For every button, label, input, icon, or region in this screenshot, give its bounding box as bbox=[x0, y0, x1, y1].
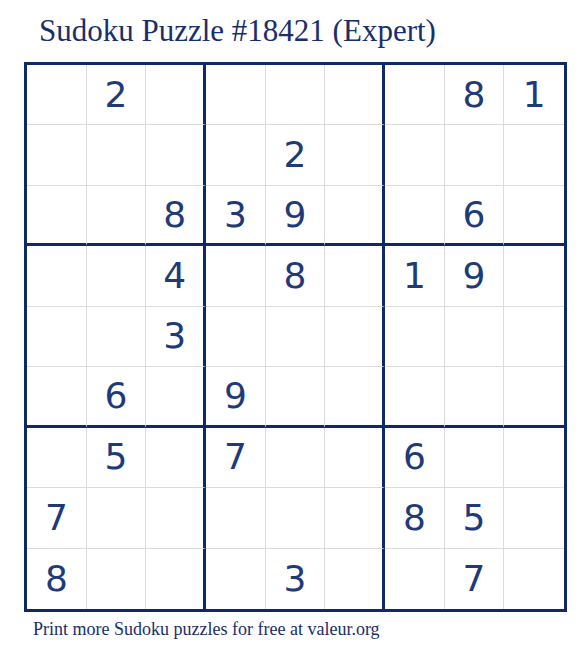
cell-r6c8[interactable] bbox=[445, 367, 505, 427]
cell-r5c3[interactable]: 3 bbox=[146, 307, 206, 367]
cell-r6c7[interactable] bbox=[385, 367, 445, 427]
cell-r9c1[interactable]: 8 bbox=[27, 549, 87, 609]
cell-r5c2[interactable] bbox=[87, 307, 147, 367]
cell-r4c1[interactable] bbox=[27, 246, 87, 306]
cell-r7c3[interactable] bbox=[146, 428, 206, 488]
cell-r9c8[interactable]: 7 bbox=[445, 549, 505, 609]
cell-r7c2[interactable]: 5 bbox=[87, 428, 147, 488]
cell-r9c4[interactable] bbox=[206, 549, 266, 609]
cell-r2c2[interactable] bbox=[87, 125, 147, 185]
cell-r3c7[interactable] bbox=[385, 186, 445, 246]
cell-r1c1[interactable] bbox=[27, 65, 87, 125]
puzzle-title: Sudoku Puzzle #18421 (Expert) bbox=[39, 13, 436, 49]
cell-r3c1[interactable] bbox=[27, 186, 87, 246]
cell-r3c2[interactable] bbox=[87, 186, 147, 246]
cell-r7c4[interactable]: 7 bbox=[206, 428, 266, 488]
cell-r3c6[interactable] bbox=[325, 186, 385, 246]
cell-r7c9[interactable] bbox=[504, 428, 564, 488]
cell-r6c6[interactable] bbox=[325, 367, 385, 427]
cell-r3c5[interactable]: 9 bbox=[266, 186, 326, 246]
cell-r3c9[interactable] bbox=[504, 186, 564, 246]
cell-r1c2[interactable]: 2 bbox=[87, 65, 147, 125]
cell-r4c9[interactable] bbox=[504, 246, 564, 306]
cell-r8c1[interactable]: 7 bbox=[27, 488, 87, 548]
cell-r8c6[interactable] bbox=[325, 488, 385, 548]
cell-r2c1[interactable] bbox=[27, 125, 87, 185]
cell-r1c5[interactable] bbox=[266, 65, 326, 125]
cell-r1c3[interactable] bbox=[146, 65, 206, 125]
cell-r9c9[interactable] bbox=[504, 549, 564, 609]
cell-r3c3[interactable]: 8 bbox=[146, 186, 206, 246]
cell-r5c4[interactable] bbox=[206, 307, 266, 367]
cell-r8c2[interactable] bbox=[87, 488, 147, 548]
cell-r8c7[interactable]: 8 bbox=[385, 488, 445, 548]
cell-r2c9[interactable] bbox=[504, 125, 564, 185]
cell-r1c4[interactable] bbox=[206, 65, 266, 125]
cell-r7c1[interactable] bbox=[27, 428, 87, 488]
cell-r8c5[interactable] bbox=[266, 488, 326, 548]
cell-r2c8[interactable] bbox=[445, 125, 505, 185]
cell-r8c3[interactable] bbox=[146, 488, 206, 548]
cell-r5c5[interactable] bbox=[266, 307, 326, 367]
cell-r9c6[interactable] bbox=[325, 549, 385, 609]
cell-r7c5[interactable] bbox=[266, 428, 326, 488]
cell-r4c4[interactable] bbox=[206, 246, 266, 306]
cell-r4c2[interactable] bbox=[87, 246, 147, 306]
puzzle-page: Sudoku Puzzle #18421 (Expert) 2812839648… bbox=[0, 0, 580, 651]
cell-r4c7[interactable]: 1 bbox=[385, 246, 445, 306]
cell-r5c1[interactable] bbox=[27, 307, 87, 367]
cell-r3c8[interactable]: 6 bbox=[445, 186, 505, 246]
cell-r4c3[interactable]: 4 bbox=[146, 246, 206, 306]
cell-r5c8[interactable] bbox=[445, 307, 505, 367]
cell-r7c6[interactable] bbox=[325, 428, 385, 488]
cell-r6c9[interactable] bbox=[504, 367, 564, 427]
cell-r8c4[interactable] bbox=[206, 488, 266, 548]
cell-r3c4[interactable]: 3 bbox=[206, 186, 266, 246]
sudoku-board: 281283964819369576785837 bbox=[24, 62, 567, 612]
cell-r2c7[interactable] bbox=[385, 125, 445, 185]
cell-r9c3[interactable] bbox=[146, 549, 206, 609]
cell-r2c4[interactable] bbox=[206, 125, 266, 185]
cell-r5c6[interactable] bbox=[325, 307, 385, 367]
cell-r7c7[interactable]: 6 bbox=[385, 428, 445, 488]
cell-r1c7[interactable] bbox=[385, 65, 445, 125]
cell-r1c6[interactable] bbox=[325, 65, 385, 125]
cell-r6c4[interactable]: 9 bbox=[206, 367, 266, 427]
cell-r6c3[interactable] bbox=[146, 367, 206, 427]
cell-r4c5[interactable]: 8 bbox=[266, 246, 326, 306]
cell-r2c3[interactable] bbox=[146, 125, 206, 185]
cell-r1c8[interactable]: 8 bbox=[445, 65, 505, 125]
cell-r1c9[interactable]: 1 bbox=[504, 65, 564, 125]
cell-r6c1[interactable] bbox=[27, 367, 87, 427]
cell-r8c9[interactable] bbox=[504, 488, 564, 548]
cell-r2c6[interactable] bbox=[325, 125, 385, 185]
cell-r6c5[interactable] bbox=[266, 367, 326, 427]
cell-r4c6[interactable] bbox=[325, 246, 385, 306]
cell-r9c5[interactable]: 3 bbox=[266, 549, 326, 609]
cell-r8c8[interactable]: 5 bbox=[445, 488, 505, 548]
cell-r5c9[interactable] bbox=[504, 307, 564, 367]
cell-r7c8[interactable] bbox=[445, 428, 505, 488]
cell-r9c2[interactable] bbox=[87, 549, 147, 609]
cell-r4c8[interactable]: 9 bbox=[445, 246, 505, 306]
cell-r5c7[interactable] bbox=[385, 307, 445, 367]
footer-text: Print more Sudoku puzzles for free at va… bbox=[33, 619, 380, 640]
cell-r6c2[interactable]: 6 bbox=[87, 367, 147, 427]
cell-r9c7[interactable] bbox=[385, 549, 445, 609]
cell-r2c5[interactable]: 2 bbox=[266, 125, 326, 185]
